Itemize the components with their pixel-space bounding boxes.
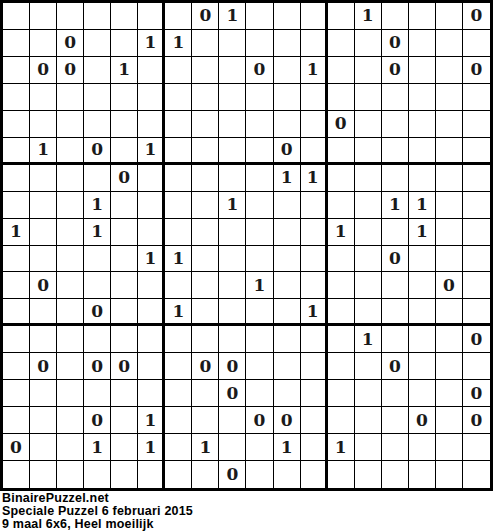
cell-r4c7[interactable] [165, 84, 192, 111]
cell-r5c1[interactable] [3, 111, 30, 138]
cell-r17c5[interactable] [111, 434, 138, 461]
cell-r13c1[interactable] [3, 326, 30, 353]
cell-r1c12[interactable] [301, 3, 328, 30]
cell-r3c2: 0 [30, 57, 57, 84]
cell-r6c17[interactable] [436, 138, 463, 165]
cell-r5c18[interactable] [463, 111, 490, 138]
cell-r6c1[interactable] [3, 138, 30, 165]
cell-r2c12[interactable] [301, 30, 328, 57]
cell-r3c6[interactable] [138, 57, 165, 84]
cell-r1c2[interactable] [30, 3, 57, 30]
cell-r6c6: 1 [138, 138, 165, 165]
cell-r18c16[interactable] [409, 461, 436, 488]
cell-r16c13[interactable] [328, 407, 355, 434]
cell-r10c2[interactable] [30, 246, 57, 273]
cell-r3c16[interactable] [409, 57, 436, 84]
cell-r6c12[interactable] [301, 138, 328, 165]
cell-r13c3[interactable] [57, 326, 84, 353]
cell-r5c5[interactable] [111, 111, 138, 138]
cell-r12c9[interactable] [219, 299, 246, 326]
cell-r12c13[interactable] [328, 299, 355, 326]
cell-r3c7[interactable] [165, 57, 192, 84]
cell-r4c2[interactable] [30, 84, 57, 111]
cell-r13c8[interactable] [192, 326, 219, 353]
cell-r7c4[interactable] [84, 165, 111, 192]
cell-r4c15[interactable] [382, 84, 409, 111]
cell-r5c10[interactable] [246, 111, 273, 138]
cell-r11c13[interactable] [328, 272, 355, 299]
cell-r4c18[interactable] [463, 84, 490, 111]
cell-r13c6[interactable] [138, 326, 165, 353]
cell-r2c15: 0 [382, 30, 409, 57]
cell-r15c8[interactable] [192, 380, 219, 407]
cell-r17c6: 1 [138, 434, 165, 461]
cell-r13c14: 1 [355, 326, 382, 353]
cell-r1c7[interactable] [165, 3, 192, 30]
cell-r17c16[interactable] [409, 434, 436, 461]
cell-r8c4: 1 [84, 192, 111, 219]
cell-r13c12[interactable] [301, 326, 328, 353]
cell-r8c13[interactable] [328, 192, 355, 219]
cell-r13c17[interactable] [436, 326, 463, 353]
cell-r11c18[interactable] [463, 272, 490, 299]
cell-r4c12[interactable] [301, 84, 328, 111]
cell-r16c7[interactable] [165, 407, 192, 434]
cell-r6c9[interactable] [219, 138, 246, 165]
cell-r17c12[interactable] [301, 434, 328, 461]
cell-r7c7[interactable] [165, 165, 192, 192]
cell-r1c13[interactable] [328, 3, 355, 30]
cell-r13c5[interactable] [111, 326, 138, 353]
cell-r6c15[interactable] [382, 138, 409, 165]
cell-r9c1: 1 [3, 219, 30, 246]
cell-r10c15: 0 [382, 246, 409, 273]
cell-r18c3[interactable] [57, 461, 84, 488]
cell-r16c3[interactable] [57, 407, 84, 434]
cell-r10c3[interactable] [57, 246, 84, 273]
cell-r11c10: 1 [246, 272, 273, 299]
cell-r2c16[interactable] [409, 30, 436, 57]
cell-r18c2[interactable] [30, 461, 57, 488]
cell-r8c8[interactable] [192, 192, 219, 219]
cell-r11c8[interactable] [192, 272, 219, 299]
puzzle-subtitle: 9 maal 6x6, Heel moeilijk [2, 518, 493, 531]
cell-r13c2[interactable] [30, 326, 57, 353]
cell-r7c17[interactable] [436, 165, 463, 192]
cell-r1c6[interactable] [138, 3, 165, 30]
cell-r15c7[interactable] [165, 380, 192, 407]
cell-r18c12[interactable] [301, 461, 328, 488]
cell-r15c3[interactable] [57, 380, 84, 407]
cell-r3c18: 0 [463, 57, 490, 84]
cell-r15c11[interactable] [274, 380, 301, 407]
cell-r5c12[interactable] [301, 111, 328, 138]
cell-r10c9[interactable] [219, 246, 246, 273]
cell-r3c3: 0 [57, 57, 84, 84]
cell-r16c17[interactable] [436, 407, 463, 434]
cell-r11c17: 0 [436, 272, 463, 299]
cell-r8c10[interactable] [246, 192, 273, 219]
cell-r14c12[interactable] [301, 353, 328, 380]
cell-r7c14[interactable] [355, 165, 382, 192]
cell-r10c7: 1 [165, 246, 192, 273]
cell-r6c13[interactable] [328, 138, 355, 165]
cell-r9c9[interactable] [219, 219, 246, 246]
cell-r1c16[interactable] [409, 3, 436, 30]
cell-r12c17[interactable] [436, 299, 463, 326]
cell-r11c2: 0 [30, 272, 57, 299]
cell-r3c11[interactable] [274, 57, 301, 84]
cell-r12c1[interactable] [3, 299, 30, 326]
cell-r14c3[interactable] [57, 353, 84, 380]
cell-r2c14[interactable] [355, 30, 382, 57]
cell-r16c2[interactable] [30, 407, 57, 434]
cell-r13c13[interactable] [328, 326, 355, 353]
cell-r9c2[interactable] [30, 219, 57, 246]
cell-r4c10[interactable] [246, 84, 273, 111]
cell-r12c8[interactable] [192, 299, 219, 326]
cell-r1c3[interactable] [57, 3, 84, 30]
cell-r11c3[interactable] [57, 272, 84, 299]
cell-r3c9[interactable] [219, 57, 246, 84]
cell-r5c6[interactable] [138, 111, 165, 138]
cell-r13c15[interactable] [382, 326, 409, 353]
cell-r10c11[interactable] [274, 246, 301, 273]
cell-r8c2[interactable] [30, 192, 57, 219]
cell-r11c5[interactable] [111, 272, 138, 299]
cell-r10c1[interactable] [3, 246, 30, 273]
cell-r3c14[interactable] [355, 57, 382, 84]
cell-r14c1[interactable] [3, 353, 30, 380]
cell-r5c14[interactable] [355, 111, 382, 138]
cell-r3c17[interactable] [436, 57, 463, 84]
binary-puzzle-page: 0110011000101000101001111111111110010011… [0, 0, 493, 531]
cell-r15c5[interactable] [111, 380, 138, 407]
cell-r9c5[interactable] [111, 219, 138, 246]
cell-r9c16: 1 [409, 219, 436, 246]
cell-r12c10[interactable] [246, 299, 273, 326]
cell-r2c8[interactable] [192, 30, 219, 57]
cell-r9c12[interactable] [301, 219, 328, 246]
cell-r8c3[interactable] [57, 192, 84, 219]
cell-r3c12: 1 [301, 57, 328, 84]
cell-r4c3[interactable] [57, 84, 84, 111]
cell-r14c11[interactable] [274, 353, 301, 380]
cell-r9c7[interactable] [165, 219, 192, 246]
cell-r15c4[interactable] [84, 380, 111, 407]
cell-r10c16[interactable] [409, 246, 436, 273]
cell-r3c4[interactable] [84, 57, 111, 84]
cell-r14c16[interactable] [409, 353, 436, 380]
cell-r14c17[interactable] [436, 353, 463, 380]
cell-r7c18[interactable] [463, 165, 490, 192]
cell-r17c8: 1 [192, 434, 219, 461]
cell-r8c6[interactable] [138, 192, 165, 219]
cell-r16c9[interactable] [219, 407, 246, 434]
puzzle-board: 0110011000101000101001111111111110010011… [0, 0, 493, 491]
cell-r2c17[interactable] [436, 30, 463, 57]
cell-r3c13[interactable] [328, 57, 355, 84]
cell-r8c11[interactable] [274, 192, 301, 219]
cell-r14c6[interactable] [138, 353, 165, 380]
cell-r11c9[interactable] [219, 272, 246, 299]
cell-r15c12[interactable] [301, 380, 328, 407]
cell-r2c5[interactable] [111, 30, 138, 57]
cell-r16c1[interactable] [3, 407, 30, 434]
cell-r8c12[interactable] [301, 192, 328, 219]
cell-r13c9[interactable] [219, 326, 246, 353]
cell-r4c5[interactable] [111, 84, 138, 111]
cell-r14c14[interactable] [355, 353, 382, 380]
cell-r11c11[interactable] [274, 272, 301, 299]
cell-r6c5[interactable] [111, 138, 138, 165]
cell-r12c15[interactable] [382, 299, 409, 326]
cell-r18c1[interactable] [3, 461, 30, 488]
cell-r15c10[interactable] [246, 380, 273, 407]
cell-r16c5[interactable] [111, 407, 138, 434]
cell-r8c15: 1 [382, 192, 409, 219]
cell-r6c7[interactable] [165, 138, 192, 165]
cell-r8c5[interactable] [111, 192, 138, 219]
cell-r18c13[interactable] [328, 461, 355, 488]
cell-r6c18[interactable] [463, 138, 490, 165]
cell-r1c11[interactable] [274, 3, 301, 30]
cell-r5c2[interactable] [30, 111, 57, 138]
cell-r7c15[interactable] [382, 165, 409, 192]
cell-r4c6[interactable] [138, 84, 165, 111]
cell-r11c14[interactable] [355, 272, 382, 299]
cell-r15c16[interactable] [409, 380, 436, 407]
cell-r3c8[interactable] [192, 57, 219, 84]
cell-r8c14[interactable] [355, 192, 382, 219]
cell-r17c1: 0 [3, 434, 30, 461]
cell-r18c8[interactable] [192, 461, 219, 488]
cell-r5c11[interactable] [274, 111, 301, 138]
cell-r9c8[interactable] [192, 219, 219, 246]
cell-r9c14[interactable] [355, 219, 382, 246]
cell-r12c11[interactable] [274, 299, 301, 326]
cell-r4c8[interactable] [192, 84, 219, 111]
cell-r12c5[interactable] [111, 299, 138, 326]
cell-r5c17[interactable] [436, 111, 463, 138]
cell-r9c11[interactable] [274, 219, 301, 246]
cell-r7c9[interactable] [219, 165, 246, 192]
cell-r6c3[interactable] [57, 138, 84, 165]
cell-r18c6[interactable] [138, 461, 165, 488]
cell-r11c6[interactable] [138, 272, 165, 299]
cell-r11c4[interactable] [84, 272, 111, 299]
cell-r15c15[interactable] [382, 380, 409, 407]
cell-r3c5: 1 [111, 57, 138, 84]
cell-r10c18[interactable] [463, 246, 490, 273]
cell-r9c18[interactable] [463, 219, 490, 246]
cell-r18c5[interactable] [111, 461, 138, 488]
cell-r12c16[interactable] [409, 299, 436, 326]
cell-r8c18[interactable] [463, 192, 490, 219]
cell-r11c12[interactable] [301, 272, 328, 299]
cell-r7c10[interactable] [246, 165, 273, 192]
cell-r17c2[interactable] [30, 434, 57, 461]
cell-r9c15[interactable] [382, 219, 409, 246]
cell-r13c7[interactable] [165, 326, 192, 353]
cell-r16c12[interactable] [301, 407, 328, 434]
cell-r7c8[interactable] [192, 165, 219, 192]
cell-r2c10[interactable] [246, 30, 273, 57]
cell-r2c1[interactable] [3, 30, 30, 57]
cell-r7c1[interactable] [3, 165, 30, 192]
cell-r16c6: 1 [138, 407, 165, 434]
cell-r5c7[interactable] [165, 111, 192, 138]
cell-r16c15[interactable] [382, 407, 409, 434]
cell-r17c15[interactable] [382, 434, 409, 461]
cell-r11c7[interactable] [165, 272, 192, 299]
cell-r2c18[interactable] [463, 30, 490, 57]
cell-r7c13[interactable] [328, 165, 355, 192]
cell-r2c4[interactable] [84, 30, 111, 57]
cell-r16c8[interactable] [192, 407, 219, 434]
cell-r8c7[interactable] [165, 192, 192, 219]
cell-r1c1[interactable] [3, 3, 30, 30]
cell-r4c11[interactable] [274, 84, 301, 111]
cell-r5c15[interactable] [382, 111, 409, 138]
cell-r5c16[interactable] [409, 111, 436, 138]
cell-r1c5[interactable] [111, 3, 138, 30]
cell-r7c2[interactable] [30, 165, 57, 192]
cell-r2c2[interactable] [30, 30, 57, 57]
cell-r18c14[interactable] [355, 461, 382, 488]
cell-r10c12[interactable] [301, 246, 328, 273]
cell-r15c14[interactable] [355, 380, 382, 407]
cell-r5c4[interactable] [84, 111, 111, 138]
cell-r10c17[interactable] [436, 246, 463, 273]
cell-r2c7: 1 [165, 30, 192, 57]
cell-r15c13[interactable] [328, 380, 355, 407]
cell-r4c16[interactable] [409, 84, 436, 111]
cell-r2c13[interactable] [328, 30, 355, 57]
cell-r18c10[interactable] [246, 461, 273, 488]
cell-r4c13[interactable] [328, 84, 355, 111]
cell-r9c10[interactable] [246, 219, 273, 246]
cell-r17c3[interactable] [57, 434, 84, 461]
cell-r18c15[interactable] [382, 461, 409, 488]
cell-r9c17[interactable] [436, 219, 463, 246]
cell-r1c15[interactable] [382, 3, 409, 30]
cell-r17c14[interactable] [355, 434, 382, 461]
cell-r14c13[interactable] [328, 353, 355, 380]
cell-r14c7[interactable] [165, 353, 192, 380]
cell-r12c3[interactable] [57, 299, 84, 326]
cell-r4c9[interactable] [219, 84, 246, 111]
cell-r4c1[interactable] [3, 84, 30, 111]
cell-r1c9: 1 [219, 3, 246, 30]
cell-r6c16[interactable] [409, 138, 436, 165]
cell-r9c13: 1 [328, 219, 355, 246]
cell-r18c11[interactable] [274, 461, 301, 488]
cell-r16c14[interactable] [355, 407, 382, 434]
cell-r7c3[interactable] [57, 165, 84, 192]
cell-r13c10[interactable] [246, 326, 273, 353]
cell-r7c12: 1 [301, 165, 328, 192]
cell-r15c6[interactable] [138, 380, 165, 407]
cell-r15c2[interactable] [30, 380, 57, 407]
cell-r18c7[interactable] [165, 461, 192, 488]
cell-r12c18[interactable] [463, 299, 490, 326]
cell-r13c4[interactable] [84, 326, 111, 353]
cell-r2c11[interactable] [274, 30, 301, 57]
cell-r11c15[interactable] [382, 272, 409, 299]
cell-r12c6[interactable] [138, 299, 165, 326]
cell-r7c16[interactable] [409, 165, 436, 192]
cell-r11c1[interactable] [3, 272, 30, 299]
cell-r1c4[interactable] [84, 3, 111, 30]
cell-r10c6: 1 [138, 246, 165, 273]
cell-r4c17[interactable] [436, 84, 463, 111]
cell-r5c9[interactable] [219, 111, 246, 138]
cell-r11c16[interactable] [409, 272, 436, 299]
cell-r10c13[interactable] [328, 246, 355, 273]
cell-r17c18[interactable] [463, 434, 490, 461]
cell-r10c4[interactable] [84, 246, 111, 273]
cell-r15c18: 0 [463, 380, 490, 407]
cell-r17c7[interactable] [165, 434, 192, 461]
cell-r5c3[interactable] [57, 111, 84, 138]
cell-r6c14[interactable] [355, 138, 382, 165]
cell-r9c3[interactable] [57, 219, 84, 246]
cell-r1c10[interactable] [246, 3, 273, 30]
cell-r13c11[interactable] [274, 326, 301, 353]
cell-r10c14[interactable] [355, 246, 382, 273]
cell-r10c8[interactable] [192, 246, 219, 273]
cell-r18c4[interactable] [84, 461, 111, 488]
cell-r17c9[interactable] [219, 434, 246, 461]
cell-r14c18[interactable] [463, 353, 490, 380]
cell-r8c16: 1 [409, 192, 436, 219]
cell-r14c10[interactable] [246, 353, 273, 380]
cell-r14c8: 0 [192, 353, 219, 380]
cell-r8c1[interactable] [3, 192, 30, 219]
cell-r17c17[interactable] [436, 434, 463, 461]
cell-r4c4[interactable] [84, 84, 111, 111]
cell-r2c6: 1 [138, 30, 165, 57]
cell-r9c6[interactable] [138, 219, 165, 246]
cell-r5c8[interactable] [192, 111, 219, 138]
cell-r1c17[interactable] [436, 3, 463, 30]
cell-r6c10[interactable] [246, 138, 273, 165]
cell-r12c2[interactable] [30, 299, 57, 326]
cell-r6c8[interactable] [192, 138, 219, 165]
cell-r2c9[interactable] [219, 30, 246, 57]
cell-r7c6[interactable] [138, 165, 165, 192]
cell-r12c14[interactable] [355, 299, 382, 326]
cell-r10c10[interactable] [246, 246, 273, 273]
cell-r8c17[interactable] [436, 192, 463, 219]
cell-r15c1[interactable] [3, 380, 30, 407]
cell-r13c16[interactable] [409, 326, 436, 353]
cell-r6c4: 0 [84, 138, 111, 165]
cell-r14c15: 0 [382, 353, 409, 380]
cell-r18c17[interactable] [436, 461, 463, 488]
cell-r4c14[interactable] [355, 84, 382, 111]
cell-r14c2: 0 [30, 353, 57, 380]
cell-r16c10: 0 [246, 407, 273, 434]
cell-r15c17[interactable] [436, 380, 463, 407]
cell-r17c10[interactable] [246, 434, 273, 461]
cell-r10c5[interactable] [111, 246, 138, 273]
cell-r16c4: 0 [84, 407, 111, 434]
cell-r18c18[interactable] [463, 461, 490, 488]
cell-r9c4: 1 [84, 219, 111, 246]
cell-r3c1[interactable] [3, 57, 30, 84]
